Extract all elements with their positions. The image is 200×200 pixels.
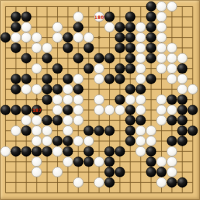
- black-stone: [84, 126, 94, 136]
- black-stone: [84, 64, 94, 74]
- white-stone: [136, 105, 146, 115]
- white-stone: [157, 53, 167, 63]
- white-stone: [105, 105, 115, 115]
- black-stone: [167, 95, 177, 105]
- black-stone: [42, 146, 52, 156]
- black-stone: [146, 74, 156, 84]
- white-stone: [177, 74, 187, 84]
- black-stone: [21, 53, 31, 63]
- black-stone: [21, 105, 31, 115]
- go-board[interactable]: 180187: [0, 0, 200, 200]
- white-stone: [73, 105, 83, 115]
- white-stone: [136, 22, 146, 32]
- black-stone: [94, 126, 104, 136]
- black-stone: [53, 115, 63, 125]
- black-stone: [105, 12, 115, 22]
- white-stone: [157, 33, 167, 43]
- white-stone: [73, 177, 83, 187]
- white-stone: [157, 12, 167, 22]
- white-stone: [136, 126, 146, 136]
- black-stone: [146, 53, 156, 63]
- white-stone: [146, 126, 156, 136]
- black-stone: [177, 136, 187, 146]
- black-stone: [21, 146, 31, 156]
- white-stone: [21, 33, 31, 43]
- black-stone: [146, 22, 156, 32]
- white-stone: [73, 33, 83, 43]
- black-stone: [146, 43, 156, 53]
- white-stone: [167, 157, 177, 167]
- white-stone: [53, 167, 63, 177]
- white-stone: [157, 177, 167, 187]
- black-stone: [42, 95, 52, 105]
- white-stone: [73, 136, 83, 146]
- white-stone: [53, 95, 63, 105]
- white-stone: [53, 33, 63, 43]
- white-stone: [32, 84, 42, 94]
- black-stone: [125, 126, 135, 136]
- black-stone: [105, 157, 115, 167]
- white-stone: [136, 136, 146, 146]
- goban-grid: 180187: [0, 0, 200, 200]
- white-stone: [136, 95, 146, 105]
- black-stone: [73, 157, 83, 167]
- black-stone: [125, 136, 135, 146]
- black-stone: [105, 53, 115, 63]
- black-stone: [73, 53, 83, 63]
- white-stone: [157, 64, 167, 74]
- black-stone: [21, 74, 31, 84]
- white-stone: [32, 33, 42, 43]
- white-stone: [63, 84, 73, 94]
- black-stone: [115, 64, 125, 74]
- white-stone: [63, 115, 73, 125]
- black-stone: [115, 167, 125, 177]
- white-stone: [188, 84, 198, 94]
- black-stone: [105, 177, 115, 187]
- black-stone: [84, 146, 94, 156]
- black-stone: [136, 84, 146, 94]
- white-stone: [136, 64, 146, 74]
- black-stone: [115, 95, 125, 105]
- black-stone: [167, 115, 177, 125]
- black-stone: [146, 157, 156, 167]
- black-stone: [21, 12, 31, 22]
- black-stone: [177, 95, 187, 105]
- black-stone: [146, 146, 156, 156]
- black-stone: [177, 177, 187, 187]
- white-stone: [11, 33, 21, 43]
- black-stone: [157, 167, 167, 177]
- black-stone: [84, 43, 94, 53]
- black-stone: [188, 126, 198, 136]
- white-stone: [167, 105, 177, 115]
- white-stone: [167, 146, 177, 156]
- black-stone: [63, 105, 73, 115]
- black-stone: [125, 33, 135, 43]
- black-stone: [115, 33, 125, 43]
- white-stone: [167, 64, 177, 74]
- black-stone: [63, 146, 73, 156]
- black-stone: [1, 33, 11, 43]
- black-stone: [177, 115, 187, 125]
- black-stone: [42, 53, 52, 63]
- white-stone: [136, 74, 146, 84]
- black-stone: [167, 136, 177, 146]
- black-stone: [115, 74, 125, 84]
- white-stone: [94, 64, 104, 74]
- white-stone: [157, 22, 167, 32]
- white-stone: [94, 95, 104, 105]
- black-stone: [146, 167, 156, 177]
- white-stone: [105, 22, 115, 32]
- white-stone: [53, 146, 63, 156]
- white-stone: [157, 43, 167, 53]
- white-stone: [32, 64, 42, 74]
- black-stone: [146, 12, 156, 22]
- black-stone: [188, 105, 198, 115]
- white-stone: [63, 126, 73, 136]
- black-stone: [125, 115, 135, 125]
- white-stone: [21, 115, 31, 125]
- white-stone: [177, 84, 187, 94]
- white-stone: [84, 136, 94, 146]
- white-stone: [136, 33, 146, 43]
- white-stone: [32, 115, 42, 125]
- white-stone: [167, 53, 177, 63]
- black-stone: [11, 84, 21, 94]
- white-stone: [73, 95, 83, 105]
- black-stone: [63, 33, 73, 43]
- white-stone: [32, 126, 42, 136]
- black-stone: [105, 167, 115, 177]
- white-stone: [167, 2, 177, 12]
- black-stone: [73, 22, 83, 32]
- black-stone: [125, 12, 135, 22]
- black-stone: [167, 177, 177, 187]
- black-stone: [53, 64, 63, 74]
- white-stone: [157, 105, 167, 115]
- white-stone: [94, 177, 104, 187]
- black-stone: [73, 84, 83, 94]
- black-stone: [63, 43, 73, 53]
- white-stone: [94, 74, 104, 84]
- black-stone: [177, 105, 187, 115]
- white-stone: [94, 105, 104, 115]
- black-stone: [53, 136, 63, 146]
- black-stone: [1, 105, 11, 115]
- white-stone: [157, 115, 167, 125]
- black-stone: [146, 33, 156, 43]
- black-stone: [125, 53, 135, 63]
- white-stone: [42, 136, 52, 146]
- white-stone: [21, 84, 31, 94]
- white-stone: [53, 22, 63, 32]
- white-stone: [42, 126, 52, 136]
- black-stone: [84, 157, 94, 167]
- black-stone: [42, 84, 52, 94]
- black-stone: [115, 43, 125, 53]
- white-stone: [63, 95, 73, 105]
- black-stone: [125, 22, 135, 32]
- white-stone: [21, 22, 31, 32]
- white-stone: [136, 43, 146, 53]
- move-number-187: 187: [32, 108, 42, 113]
- black-stone: [21, 126, 31, 136]
- black-stone: [125, 43, 135, 53]
- white-stone: [167, 167, 177, 177]
- white-stone: [32, 43, 42, 53]
- black-stone: [11, 105, 21, 115]
- black-stone: [146, 2, 156, 12]
- black-stone: [105, 74, 115, 84]
- white-stone: [167, 74, 177, 84]
- white-stone: [125, 95, 135, 105]
- black-stone: [63, 136, 73, 146]
- white-stone: [115, 105, 125, 115]
- white-stone: [32, 136, 42, 146]
- white-stone: [157, 95, 167, 105]
- white-stone: [136, 53, 146, 63]
- black-stone: [105, 126, 115, 136]
- black-stone: [125, 64, 135, 74]
- black-stone: [125, 84, 135, 94]
- black-stone: [53, 84, 63, 94]
- white-stone: [94, 157, 104, 167]
- white-stone: [167, 43, 177, 53]
- white-stone: [42, 43, 52, 53]
- white-stone: [1, 146, 11, 156]
- black-stone: [11, 22, 21, 32]
- black-stone: [105, 146, 115, 156]
- black-stone: [94, 53, 104, 63]
- white-stone: [146, 136, 156, 146]
- black-stone: [136, 115, 146, 125]
- white-stone: [73, 115, 83, 125]
- white-stone: [73, 12, 83, 22]
- black-stone: [32, 146, 42, 156]
- black-stone: [125, 105, 135, 115]
- white-stone: [11, 126, 21, 136]
- white-stone: [157, 2, 167, 12]
- black-stone: [177, 126, 187, 136]
- move-number-180: 180: [94, 15, 104, 20]
- black-stone: [177, 64, 187, 74]
- black-stone: [11, 12, 21, 22]
- white-stone: [157, 157, 167, 167]
- black-stone: [115, 22, 125, 32]
- black-stone: [11, 146, 21, 156]
- white-stone: [53, 105, 63, 115]
- white-stone: [32, 167, 42, 177]
- black-stone: [63, 74, 73, 84]
- black-stone: [42, 115, 52, 125]
- white-stone: [73, 74, 83, 84]
- white-stone: [136, 146, 146, 156]
- white-stone: [63, 157, 73, 167]
- black-stone: [42, 74, 52, 84]
- white-stone: [32, 157, 42, 167]
- white-stone: [177, 53, 187, 63]
- black-stone: [11, 43, 21, 53]
- black-stone: [115, 146, 125, 156]
- black-stone: [11, 74, 21, 84]
- white-stone: [84, 33, 94, 43]
